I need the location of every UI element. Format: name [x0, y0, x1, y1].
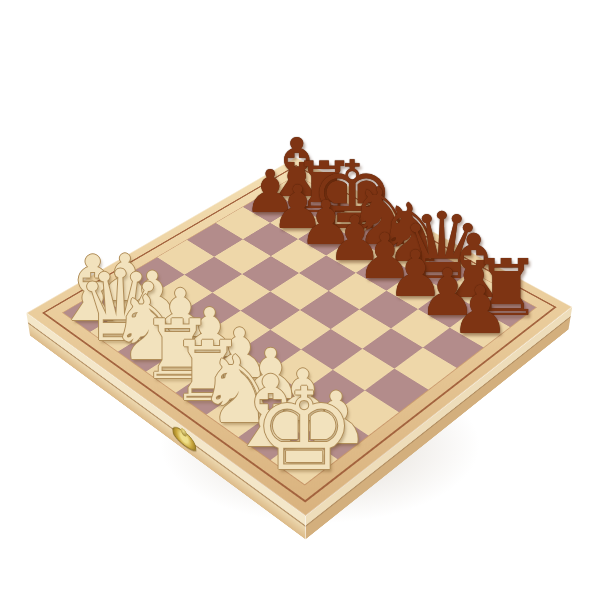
piece-light-k-h1[interactable]: ♚: [253, 373, 355, 487]
chess-set-photo: ♝♜♚♞♞♛♝♜♟♟♟♟♟♟♟♟♟♟♟♟♟♟♟♟♝♛♞♜♜♞♝♚: [0, 0, 600, 600]
square-h5[interactable]: [395, 348, 457, 390]
piece-dark-p-h7[interactable]: ♟: [451, 278, 510, 344]
square-f5[interactable]: [331, 309, 391, 348]
square-g5[interactable]: [362, 328, 423, 368]
square-h4[interactable]: [365, 369, 428, 412]
